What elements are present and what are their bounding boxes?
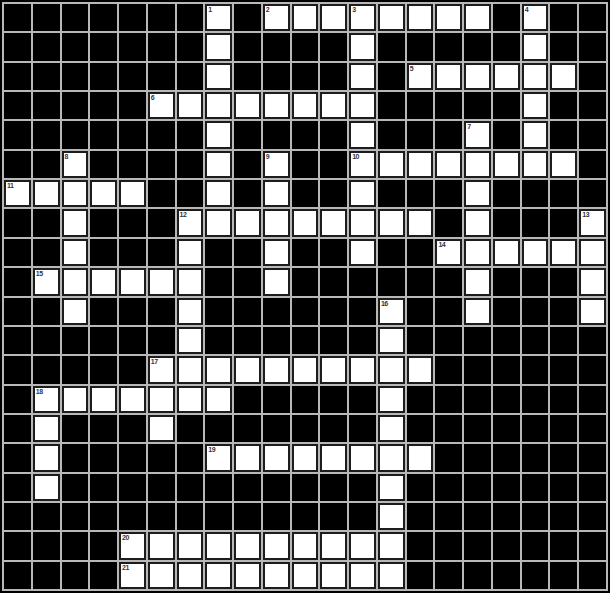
- cell-r13c8[interactable]: [205, 356, 232, 383]
- cell-r10c11: [292, 268, 319, 295]
- cell-r9c13[interactable]: [349, 239, 376, 266]
- cell-r8c16: [435, 209, 462, 236]
- cell-r4c13[interactable]: [349, 92, 376, 119]
- cell-r19c13[interactable]: [349, 532, 376, 559]
- cell-r11c17[interactable]: [464, 298, 491, 325]
- clue-number-6: 6: [151, 94, 154, 102]
- cell-r10c2[interactable]: 15: [33, 268, 60, 295]
- cell-r11c21[interactable]: [579, 298, 606, 325]
- cell-r9c7[interactable]: [177, 239, 204, 266]
- cell-r2c9: [234, 33, 261, 60]
- cell-r15c21: [579, 415, 606, 442]
- cell-r5c14: [378, 121, 405, 148]
- cell-r8c21[interactable]: 13: [579, 209, 606, 236]
- cell-r7c7: [177, 180, 204, 207]
- cell-r8c19: [522, 209, 549, 236]
- cell-r17c11: [292, 474, 319, 501]
- cell-r7c17[interactable]: [464, 180, 491, 207]
- clue-number-18: 18: [36, 388, 43, 396]
- cell-r18c14[interactable]: [378, 503, 405, 530]
- cell-r7c6: [148, 180, 175, 207]
- cell-r7c13[interactable]: [349, 180, 376, 207]
- cell-r3c17[interactable]: [464, 63, 491, 90]
- cell-r13c17: [464, 356, 491, 383]
- cell-r16c13[interactable]: [349, 444, 376, 471]
- cell-r8c20: [550, 209, 577, 236]
- cell-r12c9: [234, 327, 261, 354]
- cell-r9c18[interactable]: [493, 239, 520, 266]
- cell-r2c14: [378, 33, 405, 60]
- cell-r10c6[interactable]: [148, 268, 175, 295]
- cell-r9c19[interactable]: [522, 239, 549, 266]
- cell-r2c8[interactable]: [205, 33, 232, 60]
- cell-r13c13[interactable]: [349, 356, 376, 383]
- cell-r6c3[interactable]: 8: [62, 151, 89, 178]
- cell-r15c18: [493, 415, 520, 442]
- cell-r1c15[interactable]: [407, 4, 434, 31]
- cell-r14c14[interactable]: [378, 386, 405, 413]
- cell-r13c16: [435, 356, 462, 383]
- cell-r3c13[interactable]: [349, 63, 376, 90]
- cell-r10c9: [234, 268, 261, 295]
- cell-r16c11[interactable]: [292, 444, 319, 471]
- clue-number-1: 1: [208, 6, 211, 14]
- cell-r6c10[interactable]: 9: [263, 151, 290, 178]
- cell-r4c10[interactable]: [263, 92, 290, 119]
- cell-r10c10[interactable]: [263, 268, 290, 295]
- cell-r17c14[interactable]: [378, 474, 405, 501]
- cell-r20c21: [579, 562, 606, 589]
- cell-r3c7: [177, 63, 204, 90]
- cell-r10c19: [522, 268, 549, 295]
- cell-r4c18: [493, 92, 520, 119]
- cell-r20c6[interactable]: [148, 562, 175, 589]
- cell-r14c17: [464, 386, 491, 413]
- cell-r12c14[interactable]: [378, 327, 405, 354]
- cell-r3c16[interactable]: [435, 63, 462, 90]
- cell-r15c8: [205, 415, 232, 442]
- cell-r10c21[interactable]: [579, 268, 606, 295]
- cell-r6c8[interactable]: [205, 151, 232, 178]
- cell-r2c12: [320, 33, 347, 60]
- cell-r20c12[interactable]: [320, 562, 347, 589]
- cell-r7c20: [550, 180, 577, 207]
- cell-r6c1: [4, 151, 31, 178]
- cell-r20c5[interactable]: 21: [119, 562, 146, 589]
- cell-r12c19: [522, 327, 549, 354]
- cell-r9c2: [33, 239, 60, 266]
- cell-r13c15[interactable]: [407, 356, 434, 383]
- cell-r2c21: [579, 33, 606, 60]
- cell-r5c3: [62, 121, 89, 148]
- cell-r16c12[interactable]: [320, 444, 347, 471]
- cell-r8c18: [493, 209, 520, 236]
- cell-r5c1: [4, 121, 31, 148]
- cell-r15c2[interactable]: [33, 415, 60, 442]
- cell-r19c4: [90, 532, 117, 559]
- cell-r17c20: [550, 474, 577, 501]
- cell-r3c4: [90, 63, 117, 90]
- cell-r3c10: [263, 63, 290, 90]
- cell-r8c13[interactable]: [349, 209, 376, 236]
- cell-r3c8[interactable]: [205, 63, 232, 90]
- cell-r8c4: [90, 209, 117, 236]
- cell-r3c5: [119, 63, 146, 90]
- cell-r2c16: [435, 33, 462, 60]
- cell-r5c10: [263, 121, 290, 148]
- cell-r4c4: [90, 92, 117, 119]
- cell-r17c12: [320, 474, 347, 501]
- cell-r15c13: [349, 415, 376, 442]
- cell-r15c11: [292, 415, 319, 442]
- cell-r1c16[interactable]: [435, 4, 462, 31]
- cell-r20c8[interactable]: [205, 562, 232, 589]
- cell-r19c10[interactable]: [263, 532, 290, 559]
- cell-r5c19[interactable]: [522, 121, 549, 148]
- cell-r19c6[interactable]: [148, 532, 175, 559]
- cell-r9c16[interactable]: 14: [435, 239, 462, 266]
- cell-r16c6: [148, 444, 175, 471]
- cell-r9c15: [407, 239, 434, 266]
- cell-r6c7: [177, 151, 204, 178]
- cell-r7c9: [234, 180, 261, 207]
- cell-r16c17: [464, 444, 491, 471]
- cell-r14c9: [234, 386, 261, 413]
- cell-r16c10[interactable]: [263, 444, 290, 471]
- cell-r12c18: [493, 327, 520, 354]
- cell-r4c1: [4, 92, 31, 119]
- cell-r16c16: [435, 444, 462, 471]
- cell-r19c11[interactable]: [292, 532, 319, 559]
- cell-r6c19[interactable]: [522, 151, 549, 178]
- cell-r7c15: [407, 180, 434, 207]
- cell-r2c18: [493, 33, 520, 60]
- cell-r7c5[interactable]: [119, 180, 146, 207]
- cell-r20c10[interactable]: [263, 562, 290, 589]
- cell-r1c4: [90, 4, 117, 31]
- cell-r6c16[interactable]: [435, 151, 462, 178]
- cell-r13c11[interactable]: [292, 356, 319, 383]
- cell-r7c2[interactable]: [33, 180, 60, 207]
- cell-r14c18: [493, 386, 520, 413]
- cell-r13c7[interactable]: [177, 356, 204, 383]
- cell-r2c11: [292, 33, 319, 60]
- cell-r17c3: [62, 474, 89, 501]
- cell-r7c12: [320, 180, 347, 207]
- cell-r15c12: [320, 415, 347, 442]
- cell-r12c7[interactable]: [177, 327, 204, 354]
- cell-r1c6: [148, 4, 175, 31]
- cell-r5c13[interactable]: [349, 121, 376, 148]
- cell-r13c4: [90, 356, 117, 383]
- cell-r18c8: [205, 503, 232, 530]
- cell-r19c12[interactable]: [320, 532, 347, 559]
- clue-number-19: 19: [208, 446, 215, 454]
- cell-r11c1: [4, 298, 31, 325]
- cell-r20c4: [90, 562, 117, 589]
- cell-r8c11[interactable]: [292, 209, 319, 236]
- cell-r19c15: [407, 532, 434, 559]
- cell-r10c4[interactable]: [90, 268, 117, 295]
- cell-r6c2: [33, 151, 60, 178]
- cell-r18c2: [33, 503, 60, 530]
- cell-r7c1[interactable]: 11: [4, 180, 31, 207]
- cell-r16c1: [4, 444, 31, 471]
- cell-r5c15: [407, 121, 434, 148]
- cell-r5c20: [550, 121, 577, 148]
- cell-r8c17[interactable]: [464, 209, 491, 236]
- cell-r11c20: [550, 298, 577, 325]
- cell-r16c19: [522, 444, 549, 471]
- cell-r1c2: [33, 4, 60, 31]
- cell-r4c19[interactable]: [522, 92, 549, 119]
- cell-r20c13[interactable]: [349, 562, 376, 589]
- cell-r20c15: [407, 562, 434, 589]
- cell-r8c12[interactable]: [320, 209, 347, 236]
- cell-r4c21: [579, 92, 606, 119]
- cell-r19c5[interactable]: 20: [119, 532, 146, 559]
- cell-r13c14[interactable]: [378, 356, 405, 383]
- cell-r5c6: [148, 121, 175, 148]
- cell-r14c4[interactable]: [90, 386, 117, 413]
- cell-r1c17[interactable]: [464, 4, 491, 31]
- cell-r10c17[interactable]: [464, 268, 491, 295]
- cell-r8c9[interactable]: [234, 209, 261, 236]
- cell-r13c2: [33, 356, 60, 383]
- cell-r8c7[interactable]: 12: [177, 209, 204, 236]
- cell-r12c1: [4, 327, 31, 354]
- cell-r14c5[interactable]: [119, 386, 146, 413]
- cell-r2c4: [90, 33, 117, 60]
- cell-r13c5: [119, 356, 146, 383]
- cell-r10c8: [205, 268, 232, 295]
- cell-r4c16: [435, 92, 462, 119]
- cell-r15c1: [4, 415, 31, 442]
- clue-number-3: 3: [352, 6, 355, 14]
- cell-r18c19: [522, 503, 549, 530]
- cell-r4c11[interactable]: [292, 92, 319, 119]
- cell-r18c15: [407, 503, 434, 530]
- clue-number-5: 5: [410, 65, 413, 73]
- cell-r14c16: [435, 386, 462, 413]
- cell-r12c11: [292, 327, 319, 354]
- cell-r12c16: [435, 327, 462, 354]
- cell-r10c7[interactable]: [177, 268, 204, 295]
- cell-r1c12[interactable]: [320, 4, 347, 31]
- cell-r15c5: [119, 415, 146, 442]
- cell-r14c2[interactable]: 18: [33, 386, 60, 413]
- cell-r15c4: [90, 415, 117, 442]
- cell-r11c7[interactable]: [177, 298, 204, 325]
- clue-number-11: 11: [7, 182, 13, 190]
- cell-r9c17[interactable]: [464, 239, 491, 266]
- cell-r4c8[interactable]: [205, 92, 232, 119]
- cell-r17c7: [177, 474, 204, 501]
- cell-r15c19: [522, 415, 549, 442]
- cell-r8c10[interactable]: [263, 209, 290, 236]
- cell-r17c5: [119, 474, 146, 501]
- cell-r16c2[interactable]: [33, 444, 60, 471]
- cell-r20c14[interactable]: [378, 562, 405, 589]
- cell-r18c1: [4, 503, 31, 530]
- cell-r3c20[interactable]: [550, 63, 577, 90]
- cell-r9c11: [292, 239, 319, 266]
- cell-r11c13: [349, 298, 376, 325]
- cell-r3c18[interactable]: [493, 63, 520, 90]
- clue-number-9: 9: [266, 153, 269, 161]
- cell-r10c14: [378, 268, 405, 295]
- cell-r18c6: [148, 503, 175, 530]
- cell-r2c10: [263, 33, 290, 60]
- cell-r8c14[interactable]: [378, 209, 405, 236]
- cell-r13c9[interactable]: [234, 356, 261, 383]
- cell-r7c4[interactable]: [90, 180, 117, 207]
- cell-r7c16: [435, 180, 462, 207]
- cell-r13c6[interactable]: 17: [148, 356, 175, 383]
- cell-r8c15[interactable]: [407, 209, 434, 236]
- cell-r13c10[interactable]: [263, 356, 290, 383]
- cell-r19c9[interactable]: [234, 532, 261, 559]
- cell-r15c10: [263, 415, 290, 442]
- cell-r4c12[interactable]: [320, 92, 347, 119]
- cell-r7c8[interactable]: [205, 180, 232, 207]
- cell-r11c4: [90, 298, 117, 325]
- clue-number-2: 2: [266, 6, 269, 14]
- cell-r14c19: [522, 386, 549, 413]
- cell-r11c14[interactable]: 16: [378, 298, 405, 325]
- crossword-grid: 123456789101112131415161718192021: [2, 2, 608, 591]
- cell-r11c8: [205, 298, 232, 325]
- cell-r11c15: [407, 298, 434, 325]
- cell-r1c1: [4, 4, 31, 31]
- cell-r6c20[interactable]: [550, 151, 577, 178]
- cell-r16c9[interactable]: [234, 444, 261, 471]
- cell-r8c6: [148, 209, 175, 236]
- cell-r10c3[interactable]: [62, 268, 89, 295]
- cell-r19c14[interactable]: [378, 532, 405, 559]
- cell-r13c21: [579, 356, 606, 383]
- cell-r18c5: [119, 503, 146, 530]
- cell-r11c10: [263, 298, 290, 325]
- cell-r6c6: [148, 151, 175, 178]
- cell-r6c17[interactable]: [464, 151, 491, 178]
- cell-r20c11[interactable]: [292, 562, 319, 589]
- clue-number-16: 16: [381, 300, 388, 308]
- cell-r9c3[interactable]: [62, 239, 89, 266]
- clue-number-14: 14: [438, 241, 445, 249]
- cell-r15c14[interactable]: [378, 415, 405, 442]
- cell-r8c3[interactable]: [62, 209, 89, 236]
- cell-r15c9: [234, 415, 261, 442]
- cell-r8c8[interactable]: [205, 209, 232, 236]
- cell-r9c12: [320, 239, 347, 266]
- cell-r11c12: [320, 298, 347, 325]
- cell-r5c17[interactable]: 7: [464, 121, 491, 148]
- cell-r1c9: [234, 4, 261, 31]
- cell-r19c7[interactable]: [177, 532, 204, 559]
- cell-r5c18: [493, 121, 520, 148]
- cell-r20c9[interactable]: [234, 562, 261, 589]
- cell-r18c7: [177, 503, 204, 530]
- cell-r9c21[interactable]: [579, 239, 606, 266]
- cell-r11c3[interactable]: [62, 298, 89, 325]
- cell-r14c1: [4, 386, 31, 413]
- cell-r5c9: [234, 121, 261, 148]
- cell-r1c11[interactable]: [292, 4, 319, 31]
- cell-r13c19: [522, 356, 549, 383]
- cell-r2c17: [464, 33, 491, 60]
- cell-r6c11: [292, 151, 319, 178]
- cell-r16c14[interactable]: [378, 444, 405, 471]
- cell-r2c19[interactable]: [522, 33, 549, 60]
- cell-r19c21: [579, 532, 606, 559]
- cell-r1c10[interactable]: 2: [263, 4, 290, 31]
- cell-r20c7[interactable]: [177, 562, 204, 589]
- cell-r8c1: [4, 209, 31, 236]
- cell-r4c9[interactable]: [234, 92, 261, 119]
- cell-r16c8[interactable]: 19: [205, 444, 232, 471]
- cell-r5c8[interactable]: [205, 121, 232, 148]
- cell-r4c7[interactable]: [177, 92, 204, 119]
- cell-r4c6[interactable]: 6: [148, 92, 175, 119]
- cell-r14c8[interactable]: [205, 386, 232, 413]
- cell-r6c12: [320, 151, 347, 178]
- cell-r7c3[interactable]: [62, 180, 89, 207]
- cell-r1c8[interactable]: 1: [205, 4, 232, 31]
- cell-r19c20: [550, 532, 577, 559]
- cell-r12c6: [148, 327, 175, 354]
- cell-r4c20: [550, 92, 577, 119]
- cell-r3c19[interactable]: [522, 63, 549, 90]
- cell-r18c10: [263, 503, 290, 530]
- cell-r1c19[interactable]: 4: [522, 4, 549, 31]
- cell-r9c20[interactable]: [550, 239, 577, 266]
- cell-r2c15: [407, 33, 434, 60]
- cell-r17c2[interactable]: [33, 474, 60, 501]
- cell-r13c12[interactable]: [320, 356, 347, 383]
- cell-r6c14[interactable]: [378, 151, 405, 178]
- cell-r6c15[interactable]: [407, 151, 434, 178]
- cell-r20c2: [33, 562, 60, 589]
- cell-r2c13[interactable]: [349, 33, 376, 60]
- cell-r1c14[interactable]: [378, 4, 405, 31]
- cell-r7c10[interactable]: [263, 180, 290, 207]
- cell-r12c4: [90, 327, 117, 354]
- cell-r17c21: [579, 474, 606, 501]
- cell-r19c3: [62, 532, 89, 559]
- cell-r17c8: [205, 474, 232, 501]
- cell-r19c8[interactable]: [205, 532, 232, 559]
- cell-r12c12: [320, 327, 347, 354]
- cell-r6c13[interactable]: 10: [349, 151, 376, 178]
- cell-r14c3[interactable]: [62, 386, 89, 413]
- cell-r10c13: [349, 268, 376, 295]
- cell-r9c10[interactable]: [263, 239, 290, 266]
- cell-r10c5[interactable]: [119, 268, 146, 295]
- cell-r3c15[interactable]: 5: [407, 63, 434, 90]
- cell-r15c6[interactable]: [148, 415, 175, 442]
- cell-r16c15[interactable]: [407, 444, 434, 471]
- cell-r1c13[interactable]: 3: [349, 4, 376, 31]
- cell-r2c7: [177, 33, 204, 60]
- cell-r14c6[interactable]: [148, 386, 175, 413]
- cell-r3c3: [62, 63, 89, 90]
- cell-r12c5: [119, 327, 146, 354]
- clue-number-15: 15: [36, 270, 43, 278]
- cell-r5c16: [435, 121, 462, 148]
- cell-r6c18[interactable]: [493, 151, 520, 178]
- cell-r14c7[interactable]: [177, 386, 204, 413]
